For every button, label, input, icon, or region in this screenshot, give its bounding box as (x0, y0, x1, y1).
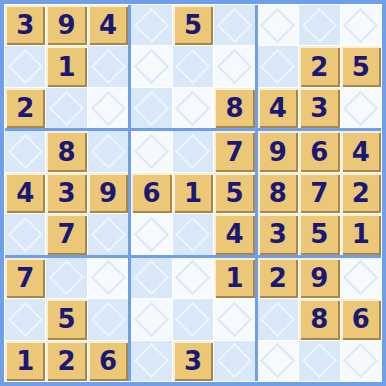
cell-r1c3: 4 (88, 5, 128, 45)
cell-r2c1[interactable] (5, 46, 45, 86)
cell-r9c1: 1 (5, 341, 45, 381)
cell-r1c1: 3 (5, 5, 45, 45)
diamond-mark-icon (49, 90, 84, 125)
diamond-mark-icon (8, 302, 43, 337)
cell-r3c2[interactable] (46, 88, 86, 128)
box-3: 2543 (258, 5, 381, 128)
diamond-mark-icon (90, 260, 125, 295)
diamond-mark-icon (302, 8, 337, 43)
cell-r8c4[interactable] (131, 299, 171, 339)
cell-r9c3: 6 (88, 341, 128, 381)
cell-r7c9[interactable] (341, 258, 381, 298)
cell-r4c8: 6 (299, 131, 339, 171)
cell-r7c8: 9 (299, 258, 339, 298)
box-6: 964872351 (258, 131, 381, 254)
diamond-mark-icon (90, 302, 125, 337)
cell-r3c3[interactable] (88, 88, 128, 128)
cell-r9c4[interactable] (131, 341, 171, 381)
diamond-mark-icon (134, 217, 169, 252)
cell-r2c8: 2 (299, 46, 339, 86)
cell-r8c6[interactable] (214, 299, 254, 339)
cell-r2c2: 1 (46, 46, 86, 86)
diamond-mark-icon (49, 260, 84, 295)
cell-r6c7: 3 (258, 214, 298, 254)
cell-r3c5[interactable] (173, 88, 213, 128)
box-8: 13 (131, 258, 254, 381)
diamond-mark-icon (343, 8, 378, 43)
cell-r1c5: 5 (173, 5, 213, 45)
cell-r7c2[interactable] (46, 258, 86, 298)
cell-r3c1: 2 (5, 88, 45, 128)
diamond-mark-icon (175, 90, 210, 125)
cell-r1c4[interactable] (131, 5, 171, 45)
cell-r8c5[interactable] (173, 299, 213, 339)
cell-r7c5[interactable] (173, 258, 213, 298)
cell-r4c4[interactable] (131, 131, 171, 171)
diamond-mark-icon (134, 90, 169, 125)
cell-r5c6: 5 (214, 173, 254, 213)
diamond-mark-icon (343, 90, 378, 125)
diamond-mark-icon (217, 8, 252, 43)
diamond-mark-icon (343, 260, 378, 295)
sudoku-board-grid: 3941258254384397761549648723517512613298… (5, 5, 381, 381)
diamond-mark-icon (8, 134, 43, 169)
cell-r5c9: 2 (341, 173, 381, 213)
box-9: 2986 (258, 258, 381, 381)
cell-r4c3[interactable] (88, 131, 128, 171)
diamond-mark-icon (90, 217, 125, 252)
cell-r4c5[interactable] (173, 131, 213, 171)
diamond-mark-icon (90, 90, 125, 125)
diamond-mark-icon (217, 343, 252, 378)
cell-r9c5: 3 (173, 341, 213, 381)
diamond-mark-icon (175, 302, 210, 337)
cell-r9c8[interactable] (299, 341, 339, 381)
cell-r5c4: 6 (131, 173, 171, 213)
diamond-mark-icon (260, 49, 295, 84)
cell-r6c4[interactable] (131, 214, 171, 254)
diamond-mark-icon (8, 49, 43, 84)
cell-r8c3[interactable] (88, 299, 128, 339)
cell-r1c8[interactable] (299, 5, 339, 45)
cell-r2c3[interactable] (88, 46, 128, 86)
diamond-mark-icon (217, 49, 252, 84)
cell-r2c5[interactable] (173, 46, 213, 86)
cell-r4c6: 7 (214, 131, 254, 171)
cell-r4c7: 9 (258, 131, 298, 171)
cell-r3c7: 4 (258, 88, 298, 128)
cell-r4c2: 8 (46, 131, 86, 171)
diamond-mark-icon (175, 49, 210, 84)
cell-r3c9[interactable] (341, 88, 381, 128)
cell-r5c2: 3 (46, 173, 86, 213)
diamond-mark-icon (134, 343, 169, 378)
cell-r1c2: 9 (46, 5, 86, 45)
cell-r3c4[interactable] (131, 88, 171, 128)
cell-r1c9[interactable] (341, 5, 381, 45)
diamond-mark-icon (175, 134, 210, 169)
cell-r8c7[interactable] (258, 299, 298, 339)
cell-r8c8: 8 (299, 299, 339, 339)
diamond-mark-icon (260, 302, 295, 337)
cell-r2c7[interactable] (258, 46, 298, 86)
cell-r4c9: 4 (341, 131, 381, 171)
diamond-mark-icon (134, 8, 169, 43)
diamond-mark-icon (260, 343, 295, 378)
cell-r9c6[interactable] (214, 341, 254, 381)
cell-r7c6: 1 (214, 258, 254, 298)
cell-r1c7[interactable] (258, 5, 298, 45)
diamond-mark-icon (90, 49, 125, 84)
cell-r6c5[interactable] (173, 214, 213, 254)
cell-r4c1[interactable] (5, 131, 45, 171)
diamond-mark-icon (90, 134, 125, 169)
box-1: 39412 (5, 5, 128, 128)
box-7: 75126 (5, 258, 128, 381)
diamond-mark-icon (175, 217, 210, 252)
cell-r1c6[interactable] (214, 5, 254, 45)
diamond-mark-icon (343, 343, 378, 378)
cell-r2c6[interactable] (214, 46, 254, 86)
cell-r2c9: 5 (341, 46, 381, 86)
box-2: 58 (131, 5, 254, 128)
cell-r7c3[interactable] (88, 258, 128, 298)
cell-r8c2: 5 (46, 299, 86, 339)
diamond-mark-icon (134, 260, 169, 295)
cell-r5c3: 9 (88, 173, 128, 213)
diamond-mark-icon (8, 217, 43, 252)
cell-r6c1[interactable] (5, 214, 45, 254)
box-4: 84397 (5, 131, 128, 254)
diamond-mark-icon (217, 302, 252, 337)
cell-r5c8: 7 (299, 173, 339, 213)
cell-r3c8: 3 (299, 88, 339, 128)
cell-r6c2: 7 (46, 214, 86, 254)
cell-r7c1: 7 (5, 258, 45, 298)
cell-r5c1: 4 (5, 173, 45, 213)
diamond-mark-icon (134, 49, 169, 84)
cell-r8c9: 6 (341, 299, 381, 339)
cell-r9c7[interactable] (258, 341, 298, 381)
cell-r8c1[interactable] (5, 299, 45, 339)
cell-r9c9[interactable] (341, 341, 381, 381)
cell-r2c4[interactable] (131, 46, 171, 86)
diamond-mark-icon (175, 260, 210, 295)
diamond-mark-icon (134, 302, 169, 337)
cell-r5c7: 8 (258, 173, 298, 213)
cell-r7c7: 2 (258, 258, 298, 298)
cell-r5c5: 1 (173, 173, 213, 213)
diamond-mark-icon (134, 134, 169, 169)
cell-r7c4[interactable] (131, 258, 171, 298)
cell-r3c6: 8 (214, 88, 254, 128)
cell-r9c2: 2 (46, 341, 86, 381)
diamond-mark-icon (302, 343, 337, 378)
cell-r6c3[interactable] (88, 214, 128, 254)
box-5: 76154 (131, 131, 254, 254)
sudoku-board: 3941258254384397761549648723517512613298… (0, 0, 386, 386)
diamond-mark-icon (260, 8, 295, 43)
cell-r6c8: 5 (299, 214, 339, 254)
cell-r6c9: 1 (341, 214, 381, 254)
cell-r6c6: 4 (214, 214, 254, 254)
